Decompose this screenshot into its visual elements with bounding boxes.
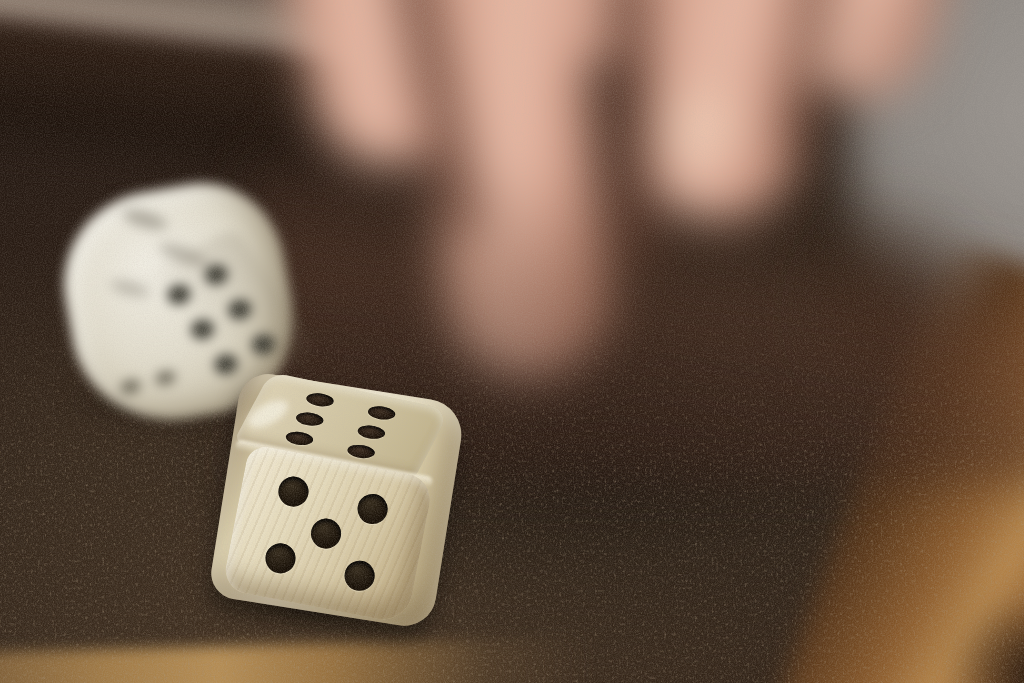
die-pip	[309, 516, 344, 551]
die-pip	[344, 443, 377, 461]
die-pip	[293, 410, 326, 428]
die-pip	[355, 423, 388, 441]
dice-roll-photo	[0, 0, 1024, 683]
die-pip	[365, 404, 398, 422]
die-pip	[163, 281, 195, 308]
die-pip	[200, 261, 232, 288]
pip-area	[230, 451, 422, 617]
die-pip	[117, 376, 144, 397]
die-pip	[283, 430, 316, 448]
die-pip	[303, 391, 336, 409]
die-pip	[275, 474, 310, 509]
die-pip	[186, 316, 218, 343]
die-pip	[247, 331, 279, 358]
die-pip	[152, 367, 179, 388]
die-pip	[355, 492, 390, 527]
die-pip	[210, 351, 242, 378]
die-pip	[224, 296, 256, 323]
die-pip	[342, 559, 377, 594]
foreground-die	[224, 386, 450, 614]
die-pip	[262, 540, 297, 575]
